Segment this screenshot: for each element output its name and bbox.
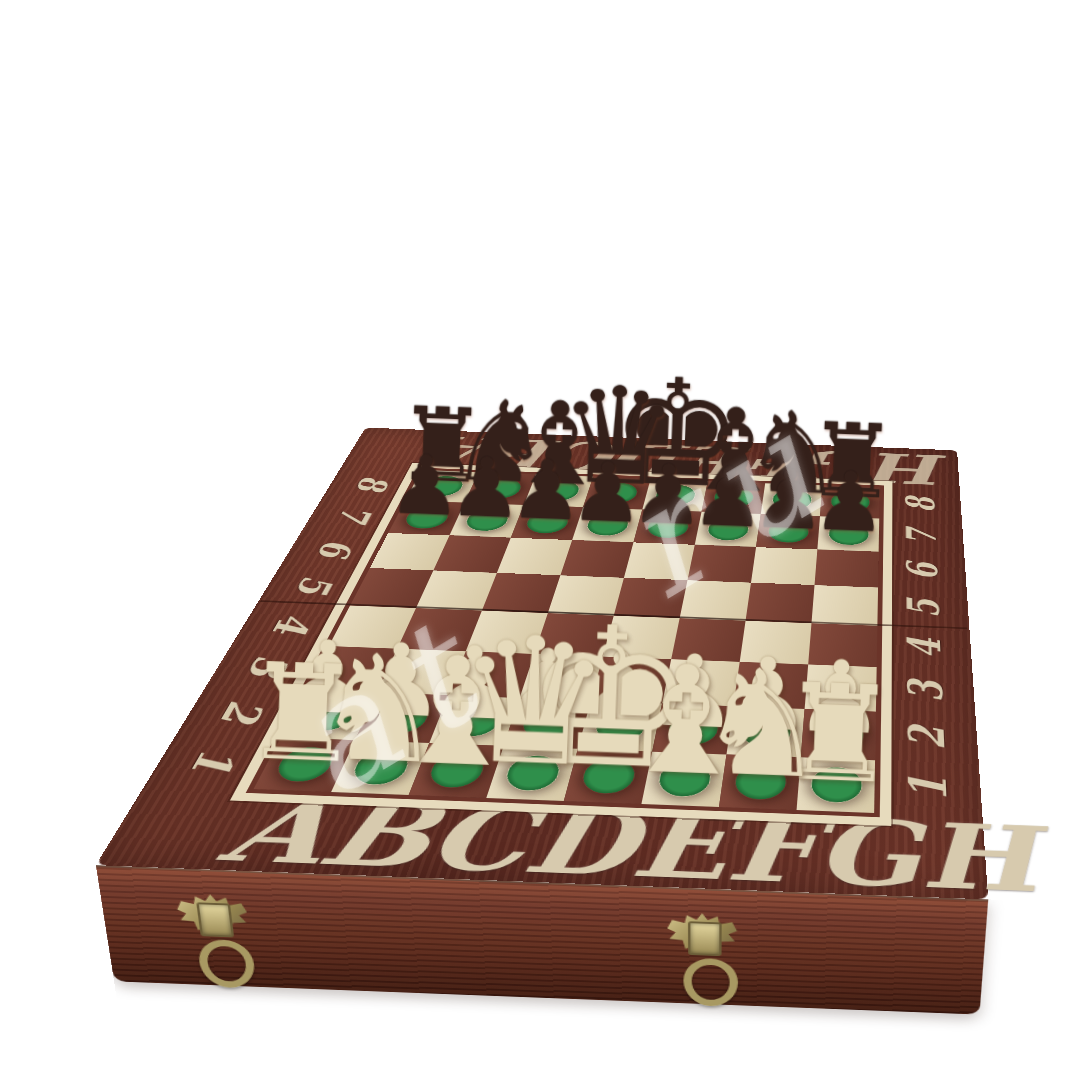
brass-clasp-left <box>175 893 256 989</box>
chess-board-box: ABCDEFGH ABCDEFGH 87654321 87654321 ♜♞♝♛… <box>96 428 989 900</box>
square-g5 <box>746 583 815 624</box>
square-d1: ♛ <box>486 746 578 801</box>
square-h7: ♟ <box>817 516 879 552</box>
square-h5 <box>811 585 878 626</box>
clasp-ring <box>683 957 738 1007</box>
square-g1: ♞ <box>719 755 801 810</box>
piece-white-knight-g1: ♞ <box>624 652 899 797</box>
square-f6 <box>687 545 756 583</box>
board-top-surface: ABCDEFGH ABCDEFGH 87654321 87654321 ♜♞♝♛… <box>96 428 989 900</box>
brass-clasp-center <box>667 912 737 1007</box>
square-a5 <box>350 568 433 608</box>
square-d6 <box>560 540 633 578</box>
chess-set-photo: ABCDEFGH ABCDEFGH 87654321 87654321 ♜♞♝♛… <box>0 0 1080 1080</box>
file-label-front-e: E <box>627 804 734 889</box>
tilt-wrapper: ABCDEFGH ABCDEFGH 87654321 87654321 ♜♞♝♛… <box>0 0 1080 1080</box>
square-c6 <box>497 538 572 576</box>
clasp-ring <box>197 939 258 989</box>
clasp-buckle <box>197 902 235 937</box>
square-h6 <box>815 549 879 587</box>
clasp-buckle <box>688 921 722 956</box>
perspective-scene: ABCDEFGH ABCDEFGH 87654321 87654321 ♜♞♝♛… <box>0 0 1080 1080</box>
file-label-front-f: F <box>723 808 818 893</box>
square-g6 <box>751 547 817 585</box>
file-label-front-g: G <box>813 811 921 897</box>
file-label-front-h: H <box>919 815 1040 902</box>
square-e6 <box>624 542 695 580</box>
file-label-front-d: D <box>517 800 643 885</box>
file-label-front-b: B <box>309 793 446 878</box>
